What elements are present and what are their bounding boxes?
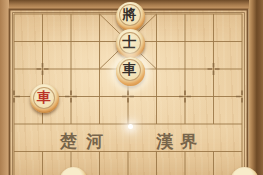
black-general-glyph: 將 [119,4,141,26]
black-chariot-piece[interactable]: 車 [116,57,145,86]
river-label-han-jie: 漢界 [156,133,204,150]
red-chariot-piece[interactable]: 車 [30,84,59,113]
xiangqi-board[interactable]: 楚河 漢界 將 士 車 車 [0,0,263,175]
red-chariot-glyph: 車 [33,87,55,109]
river-label-chu-he: 楚河 [60,133,112,150]
move-origin-indicator [128,124,133,129]
black-general-piece[interactable]: 將 [116,2,145,31]
black-advisor-glyph: 士 [119,32,141,54]
black-chariot-glyph: 車 [119,59,141,81]
black-advisor-piece[interactable]: 士 [116,29,145,58]
